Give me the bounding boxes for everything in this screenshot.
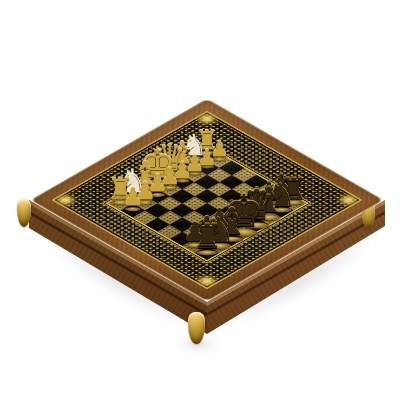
chess-set-photo: ♜♞♝♛♚♝♞♜♟♟♟♟♟♟♟♟♟♟♟♟♟♟♟♟♜♞♝♛♚♝♞♜ [0, 0, 400, 400]
gold-foot-front [188, 312, 205, 344]
border-corner-ornament [336, 193, 360, 207]
gold-filigree-border [51, 111, 362, 289]
border-corner-ornament [54, 193, 78, 207]
checker-grid [105, 145, 309, 262]
border-corner-ornament [195, 274, 219, 288]
walnut-board-top [30, 99, 384, 302]
gold-foot-left [17, 199, 31, 227]
border-corner-ornament [195, 112, 219, 126]
